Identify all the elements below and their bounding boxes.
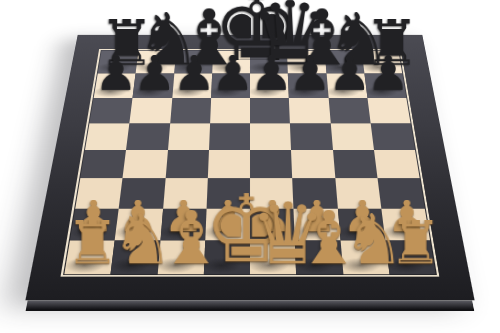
square-g4 xyxy=(333,150,378,178)
piece-shadow xyxy=(384,258,428,274)
square-e7: ♟ xyxy=(250,74,289,98)
square-a1: ♜ xyxy=(64,240,115,274)
piece-shadow xyxy=(172,62,207,73)
square-f1: ♝ xyxy=(295,240,343,274)
square-f4 xyxy=(291,150,335,178)
piece-white-pawn: ♟ xyxy=(250,199,295,233)
square-g5 xyxy=(330,123,373,150)
piece-white-pawn: ♟ xyxy=(295,199,340,233)
piece-shadow xyxy=(62,258,106,274)
piece-shadow xyxy=(380,225,422,240)
square-a3 xyxy=(75,178,122,208)
board-side-edge xyxy=(26,300,475,311)
square-f3 xyxy=(292,178,337,208)
square-d5 xyxy=(209,123,250,150)
square-g8: ♞ xyxy=(324,51,364,74)
piece-shadow xyxy=(339,258,382,274)
square-d6 xyxy=(210,98,250,123)
product-photo-chess-set: ♜♞♝♚♛♝♞♜♟♟♟♟♟♟♟♟♟♟♟♟♟♟♟♟♜♞♝♚♛♝♞♜ xyxy=(0,0,500,333)
piece-shadow xyxy=(247,258,289,274)
piece-shadow xyxy=(67,225,109,240)
piece-shadow xyxy=(285,62,320,73)
piece-white-king: ♚ xyxy=(204,193,250,266)
square-a8: ♜ xyxy=(98,51,139,74)
square-h1: ♜ xyxy=(385,240,436,274)
square-f8: ♝ xyxy=(287,51,326,74)
piece-white-pawn: ♟ xyxy=(205,199,250,233)
piece-white-pawn: ♟ xyxy=(71,199,116,233)
square-c7: ♟ xyxy=(172,74,212,98)
square-e1: ♛ xyxy=(250,240,296,274)
piece-shadow xyxy=(248,62,282,73)
square-e8: ♛ xyxy=(250,51,288,74)
piece-shadow xyxy=(363,86,400,97)
square-h7: ♟ xyxy=(364,74,406,98)
piece-black-bishop: ♝ xyxy=(174,8,212,68)
square-c2: ♟ xyxy=(160,208,206,240)
piece-white-pawn: ♟ xyxy=(161,199,206,233)
piece-shadow xyxy=(154,258,197,274)
square-f7: ♟ xyxy=(288,74,328,98)
piece-black-rook: ♜ xyxy=(364,19,402,68)
square-g3 xyxy=(335,178,381,208)
piece-white-pawn: ♟ xyxy=(339,199,384,233)
piece-white-pawn: ♟ xyxy=(384,199,429,233)
piece-shadow xyxy=(286,86,322,97)
square-b2: ♟ xyxy=(115,208,163,240)
piece-shadow xyxy=(247,225,287,240)
square-f6 xyxy=(289,98,330,123)
piece-shadow xyxy=(210,62,244,73)
square-h5 xyxy=(370,123,415,150)
piece-shadow xyxy=(201,258,243,274)
piece-black-knight: ♞ xyxy=(326,12,364,69)
square-b8: ♞ xyxy=(136,51,176,74)
square-e3 xyxy=(250,178,294,208)
piece-shadow xyxy=(323,62,358,73)
square-d2: ♟ xyxy=(205,208,250,240)
piece-shadow xyxy=(248,86,283,97)
square-d8: ♚ xyxy=(212,51,250,74)
piece-shadow xyxy=(293,258,335,274)
square-a5 xyxy=(85,123,130,150)
square-d3 xyxy=(206,178,250,208)
square-e4 xyxy=(250,150,292,178)
square-b4 xyxy=(123,150,168,178)
square-b3 xyxy=(119,178,165,208)
square-g6 xyxy=(328,98,370,123)
piece-shadow xyxy=(292,225,333,240)
square-a4 xyxy=(80,150,126,178)
square-h4 xyxy=(374,150,420,178)
square-e5 xyxy=(250,123,291,150)
piece-shadow xyxy=(108,258,151,274)
piece-black-king: ♚ xyxy=(212,0,250,68)
square-c5 xyxy=(168,123,210,150)
square-e2: ♟ xyxy=(250,208,295,240)
piece-shadow xyxy=(157,225,198,240)
square-c6 xyxy=(170,98,211,123)
piece-black-rook: ♜ xyxy=(99,19,137,68)
square-b7: ♟ xyxy=(133,74,174,98)
square-c3 xyxy=(163,178,208,208)
square-a2: ♟ xyxy=(70,208,119,240)
piece-shadow xyxy=(134,62,169,73)
square-h2: ♟ xyxy=(381,208,430,240)
square-g7: ♟ xyxy=(326,74,367,98)
playing-area: ♜♞♝♚♛♝♞♜♟♟♟♟♟♟♟♟♟♟♟♟♟♟♟♟♜♞♝♚♛♝♞♜ xyxy=(64,51,435,275)
square-a7: ♟ xyxy=(94,74,136,98)
piece-shadow xyxy=(170,86,206,97)
square-h8: ♜ xyxy=(361,51,402,74)
piece-black-queen: ♛ xyxy=(250,0,288,68)
square-h3 xyxy=(377,178,424,208)
piece-shadow xyxy=(96,62,132,73)
square-b6 xyxy=(130,98,172,123)
piece-shadow xyxy=(91,86,128,97)
square-b1: ♞ xyxy=(111,240,160,274)
square-d7: ♟ xyxy=(211,74,250,98)
square-d1: ♚ xyxy=(204,240,250,274)
square-h6 xyxy=(367,98,410,123)
piece-black-knight: ♞ xyxy=(136,12,174,69)
square-f5 xyxy=(290,123,332,150)
piece-shadow xyxy=(361,62,397,73)
square-e6 xyxy=(250,98,290,123)
piece-shadow xyxy=(112,225,154,240)
piece-shadow xyxy=(202,225,243,240)
square-d4 xyxy=(208,150,250,178)
chess-board: ♜♞♝♚♛♝♞♜♟♟♟♟♟♟♟♟♟♟♟♟♟♟♟♟♜♞♝♚♛♝♞♜ xyxy=(25,35,474,301)
square-c4 xyxy=(165,150,209,178)
piece-shadow xyxy=(209,86,244,97)
square-a6 xyxy=(89,98,132,123)
piece-shadow xyxy=(131,86,167,97)
square-b5 xyxy=(126,123,169,150)
square-c8: ♝ xyxy=(174,51,213,74)
piece-shadow xyxy=(336,225,378,240)
square-c1: ♝ xyxy=(157,240,205,274)
piece-shadow xyxy=(325,86,361,97)
square-g2: ♟ xyxy=(337,208,385,240)
piece-white-pawn: ♟ xyxy=(116,199,161,233)
piece-black-bishop: ♝ xyxy=(288,8,326,68)
square-f2: ♟ xyxy=(294,208,340,240)
square-g1: ♞ xyxy=(340,240,389,274)
